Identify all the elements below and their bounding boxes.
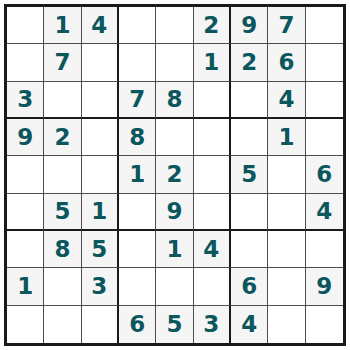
sudoku-board: 1429771263784928112565194851413696534	[4, 4, 346, 346]
cell-r4c9[interactable]	[306, 119, 343, 156]
cell-r6c3: 1	[82, 194, 119, 231]
cell-r2c1[interactable]	[7, 44, 44, 81]
cell-r1c8: 7	[268, 7, 305, 44]
sudoku-page: 1429771263784928112565194851413696534	[0, 0, 350, 350]
cell-r4c1: 9	[7, 119, 44, 156]
cell-r5c3[interactable]	[82, 156, 119, 193]
cell-r9c7: 4	[231, 306, 268, 343]
cell-r8c7: 6	[231, 268, 268, 305]
cell-r3c6[interactable]	[194, 82, 231, 119]
cell-r1c1[interactable]	[7, 7, 44, 44]
cell-r9c4: 6	[119, 306, 156, 343]
cell-r1c9[interactable]	[306, 7, 343, 44]
cell-r7c6: 4	[194, 231, 231, 268]
cell-r6c6[interactable]	[194, 194, 231, 231]
cell-r8c2[interactable]	[44, 268, 81, 305]
cell-r6c1[interactable]	[7, 194, 44, 231]
cell-r9c2[interactable]	[44, 306, 81, 343]
cell-r8c6[interactable]	[194, 268, 231, 305]
cell-r3c1: 3	[7, 82, 44, 119]
cell-r5c7: 5	[231, 156, 268, 193]
cell-r9c5: 5	[156, 306, 193, 343]
cell-r8c4[interactable]	[119, 268, 156, 305]
cell-r7c2: 8	[44, 231, 81, 268]
cell-r4c3[interactable]	[82, 119, 119, 156]
cell-r7c1[interactable]	[7, 231, 44, 268]
cell-r1c2: 1	[44, 7, 81, 44]
cell-r3c9[interactable]	[306, 82, 343, 119]
cell-r2c3[interactable]	[82, 44, 119, 81]
cell-r7c7[interactable]	[231, 231, 268, 268]
cell-r9c9[interactable]	[306, 306, 343, 343]
cell-r5c6[interactable]	[194, 156, 231, 193]
cell-r7c5: 1	[156, 231, 193, 268]
cell-r1c7: 9	[231, 7, 268, 44]
cell-r6c9: 4	[306, 194, 343, 231]
cell-r1c4[interactable]	[119, 7, 156, 44]
cell-r6c2: 5	[44, 194, 81, 231]
cell-r6c8[interactable]	[268, 194, 305, 231]
cell-r7c4[interactable]	[119, 231, 156, 268]
cell-r7c8[interactable]	[268, 231, 305, 268]
cell-r8c8[interactable]	[268, 268, 305, 305]
cell-r5c5: 2	[156, 156, 193, 193]
cell-r6c5: 9	[156, 194, 193, 231]
cell-r7c9[interactable]	[306, 231, 343, 268]
cell-r3c2[interactable]	[44, 82, 81, 119]
cell-r3c5: 8	[156, 82, 193, 119]
cell-r2c6: 1	[194, 44, 231, 81]
cell-r2c8: 6	[268, 44, 305, 81]
cell-r9c6: 3	[194, 306, 231, 343]
cell-r5c4: 1	[119, 156, 156, 193]
cell-r1c5[interactable]	[156, 7, 193, 44]
cell-r4c6[interactable]	[194, 119, 231, 156]
cell-r8c5[interactable]	[156, 268, 193, 305]
cell-r4c7[interactable]	[231, 119, 268, 156]
cell-r2c5[interactable]	[156, 44, 193, 81]
cell-r3c4: 7	[119, 82, 156, 119]
cell-r4c2: 2	[44, 119, 81, 156]
cell-r4c8: 1	[268, 119, 305, 156]
cell-r4c4: 8	[119, 119, 156, 156]
cell-r6c4[interactable]	[119, 194, 156, 231]
cell-r5c8[interactable]	[268, 156, 305, 193]
cell-r1c6: 2	[194, 7, 231, 44]
cell-r9c3[interactable]	[82, 306, 119, 343]
cell-r7c3: 5	[82, 231, 119, 268]
cell-r3c7[interactable]	[231, 82, 268, 119]
cell-r8c1: 1	[7, 268, 44, 305]
cell-r5c9: 6	[306, 156, 343, 193]
cell-r1c3: 4	[82, 7, 119, 44]
cell-r9c8[interactable]	[268, 306, 305, 343]
cell-r8c9: 9	[306, 268, 343, 305]
cell-r5c1[interactable]	[7, 156, 44, 193]
cell-r5c2[interactable]	[44, 156, 81, 193]
cell-r2c9[interactable]	[306, 44, 343, 81]
cell-r3c8: 4	[268, 82, 305, 119]
cell-r4c5[interactable]	[156, 119, 193, 156]
cell-r8c3: 3	[82, 268, 119, 305]
cell-r6c7[interactable]	[231, 194, 268, 231]
cell-r2c7: 2	[231, 44, 268, 81]
cell-r3c3[interactable]	[82, 82, 119, 119]
cell-r9c1[interactable]	[7, 306, 44, 343]
cell-r2c4[interactable]	[119, 44, 156, 81]
cell-r2c2: 7	[44, 44, 81, 81]
